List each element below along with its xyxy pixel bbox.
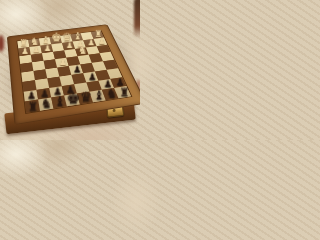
photo-of-chess-set: { "game": "chess", "scene": { "setting":… <box>0 0 140 140</box>
square-c6[interactable]: ♟ <box>83 71 98 82</box>
square-h2[interactable]: ♟ <box>18 47 30 56</box>
square-h4[interactable] <box>20 62 33 72</box>
fabric-shadow-right <box>134 0 140 38</box>
square-a5[interactable] <box>103 60 118 70</box>
white-knight-c3: ♞ <box>73 45 92 55</box>
black-rook-h8: ♜ <box>22 100 45 112</box>
white-pawn-h2: ♟ <box>15 47 34 56</box>
chess-board: ♜♞♝♚♛♝♜♟♟♟♟♟♟♟♞♟♟♟♟♟♟♟♟♟♜♞♝♚♛♝♞♜ <box>16 30 132 114</box>
square-h8[interactable]: ♜ <box>25 100 40 113</box>
